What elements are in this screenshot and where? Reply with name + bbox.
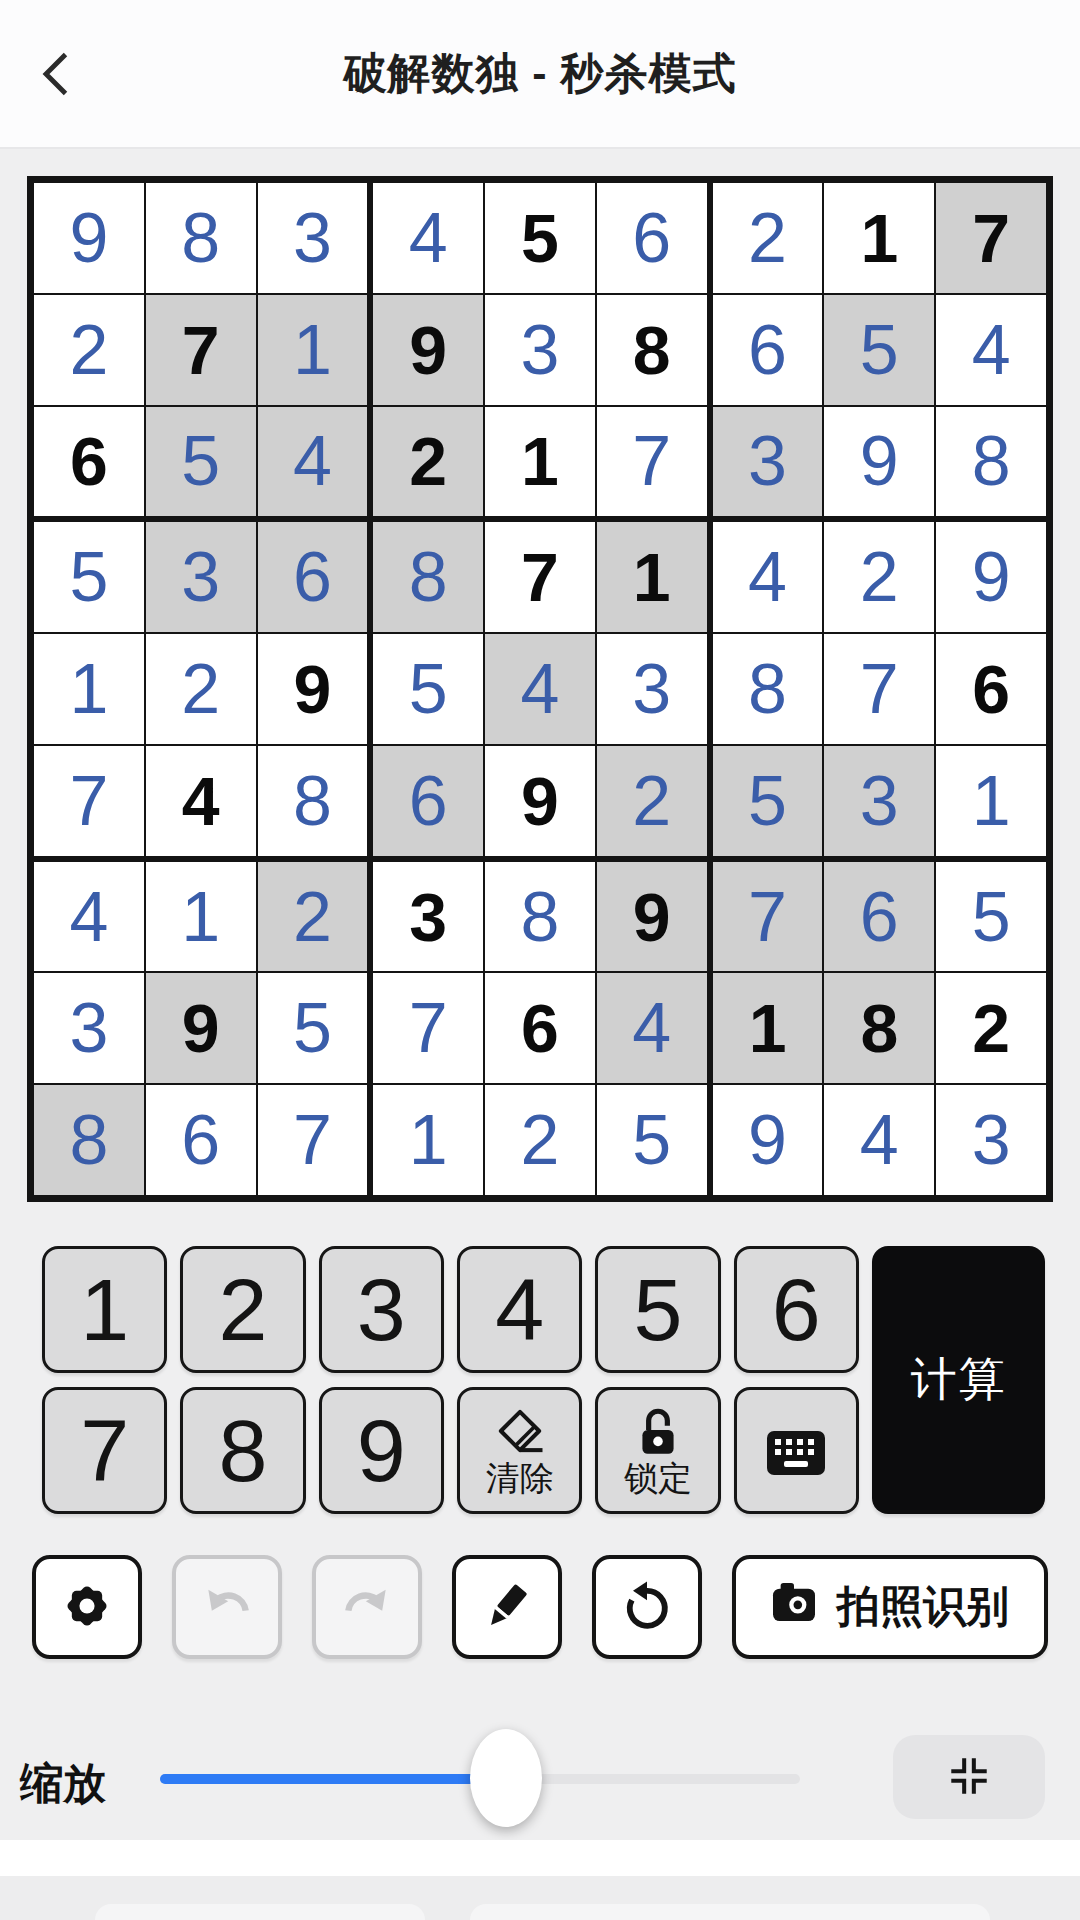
undo-icon [199,1578,255,1637]
cell-digit: 4 [521,654,560,724]
sudoku-cell-r4c6[interactable]: 1 [597,522,707,632]
sudoku-cell-r4c2[interactable]: 3 [146,522,256,632]
undo-button[interactable] [172,1555,282,1659]
sudoku-cell-r4c8[interactable]: 2 [824,522,934,632]
footer-button-left[interactable] [95,1904,425,1920]
sudoku-block: 217654398 [713,183,1046,516]
cell-digit: 8 [748,654,787,724]
reset-button[interactable] [592,1555,702,1659]
keyboard-icon [763,1400,829,1502]
lock-label: 锁定 [624,1460,692,1497]
sudoku-cell-r7c4[interactable]: 3 [373,862,483,972]
cell-digit: 9 [972,542,1011,612]
cell-digit: 6 [409,766,448,836]
sudoku-cell-r9c3[interactable]: 7 [258,1085,368,1195]
sudoku-cell-r1c8[interactable]: 1 [824,183,934,293]
redo-button[interactable] [312,1555,422,1659]
top-bar: 破解数独 - 秒杀模式 [0,0,1080,149]
sudoku-cell-r2c9[interactable]: 4 [936,295,1046,405]
sudoku-cell-r2c6[interactable]: 8 [597,295,707,405]
sudoku-cell-r9c9[interactable]: 3 [936,1085,1046,1195]
cell-digit: 9 [409,316,447,384]
cell-digit: 9 [294,655,332,723]
sudoku-cell-r7c6[interactable]: 9 [597,862,707,972]
sudoku-cell-r9c6[interactable]: 5 [597,1085,707,1195]
toolbar: 拍照识别 [32,1555,1048,1659]
cell-digit: 4 [182,767,220,835]
cell-digit: 2 [181,654,220,724]
sudoku-cell-r3c9[interactable]: 8 [936,407,1046,517]
zoom-slider-fill [160,1774,506,1784]
lock-button[interactable]: 锁定 [595,1387,720,1514]
calculate-button[interactable]: 计算 [872,1246,1045,1514]
sudoku-cell-r5c1[interactable]: 1 [34,634,144,744]
footer-divider [0,1840,1080,1876]
cell-digit: 2 [293,882,332,952]
sudoku-cell-r9c7[interactable]: 9 [713,1085,823,1195]
keypad: 1 2 3 4 5 6 7 8 9 清除 锁定 [42,1246,1045,1514]
sudoku-cell-r4c4[interactable]: 8 [373,522,483,632]
sudoku-cell-r5c3[interactable]: 9 [258,634,368,744]
cell-digit: 1 [69,654,108,724]
sudoku-cell-r1c9[interactable]: 7 [936,183,1046,293]
cell-digit: 5 [972,882,1011,952]
sudoku-cell-r6c8[interactable]: 3 [824,746,934,856]
sudoku-cell-r1c3[interactable]: 3 [258,183,368,293]
collapse-icon [940,1747,998,1808]
gear-icon [59,1578,115,1637]
camera-icon [771,1581,817,1633]
sudoku-cell-r4c3[interactable]: 6 [258,522,368,632]
key-9[interactable]: 9 [319,1387,444,1514]
cell-digit: 1 [972,766,1011,836]
sudoku-cell-r7c2[interactable]: 1 [146,862,256,972]
sudoku-cell-r3c4[interactable]: 2 [373,407,483,517]
cell-digit: 4 [972,315,1011,385]
sudoku-cell-r5c6[interactable]: 3 [597,634,707,744]
cell-digit: 8 [860,994,898,1062]
sudoku-cell-r3c6[interactable]: 7 [597,407,707,517]
sudoku-block: 871543692 [373,522,706,855]
cell-digit: 4 [860,1105,899,1175]
sudoku-block: 412395867 [34,862,367,1195]
cell-digit: 3 [972,1105,1011,1175]
sudoku-cell-r2c5[interactable]: 3 [485,295,595,405]
sudoku-cell-r3c2[interactable]: 5 [146,407,256,517]
sudoku-cell-r4c5[interactable]: 7 [485,522,595,632]
lock-icon [633,1404,683,1458]
cell-digit: 4 [293,426,332,496]
photo-recognize-label: 拍照识别 [837,1578,1009,1636]
sudoku-cell-r2c1[interactable]: 2 [34,295,144,405]
sudoku-cell-r9c8[interactable]: 4 [824,1085,934,1195]
cell-digit: 3 [748,426,787,496]
pencil-icon [480,1579,534,1636]
cell-digit: 8 [293,766,332,836]
cell-digit: 6 [748,315,787,385]
key-2[interactable]: 2 [180,1246,305,1373]
cell-digit: 5 [748,766,787,836]
key-7[interactable]: 7 [42,1387,167,1514]
cell-digit: 1 [293,315,332,385]
sudoku-cell-r1c1[interactable]: 9 [34,183,144,293]
sudoku-cell-r3c5[interactable]: 1 [485,407,595,517]
sudoku-cell-r9c5[interactable]: 2 [485,1085,595,1195]
sudoku-cell-r1c7[interactable]: 2 [713,183,823,293]
zoom-slider-handle[interactable] [470,1729,542,1827]
sudoku-cell-r7c3[interactable]: 2 [258,862,368,972]
cell-digit: 3 [181,542,220,612]
sudoku-cell-r6c2[interactable]: 4 [146,746,256,856]
cell-digit: 9 [633,883,671,951]
cell-digit: 9 [748,1105,787,1175]
cell-digit: 2 [521,1105,560,1175]
cell-digit: 7 [972,204,1010,272]
sudoku-block: 983271654 [34,183,367,516]
page-title: 破解数独 - 秒杀模式 [343,45,736,103]
cell-digit: 6 [293,542,332,612]
cell-digit: 3 [293,203,332,273]
cell-digit: 8 [409,542,448,612]
sudoku-cell-r3c3[interactable]: 4 [258,407,368,517]
key-5[interactable]: 5 [595,1246,720,1373]
cell-digit: 7 [748,882,787,952]
reset-icon [619,1578,675,1637]
sudoku-cell-r2c7[interactable]: 6 [713,295,823,405]
sudoku-cell-r1c2[interactable]: 8 [146,183,256,293]
sudoku-block: 765182943 [713,862,1046,1195]
cell-digit: 4 [69,882,108,952]
sudoku-cell-r7c5[interactable]: 8 [485,862,595,972]
key-4[interactable]: 4 [457,1246,582,1373]
sudoku-cell-r6c4[interactable]: 6 [373,746,483,856]
cell-digit: 5 [409,654,448,724]
cell-digit: 8 [181,203,220,273]
sudoku-cell-r6c6[interactable]: 2 [597,746,707,856]
keyboard-button[interactable] [734,1387,859,1514]
sudoku-cell-r1c6[interactable]: 6 [597,183,707,293]
key-6[interactable]: 6 [734,1246,859,1373]
sudoku-cell-r5c7[interactable]: 8 [713,634,823,744]
sudoku-cell-r4c1[interactable]: 5 [34,522,144,632]
zoom-slider-track[interactable] [160,1774,800,1784]
sudoku-cell-r1c5[interactable]: 5 [485,183,595,293]
sudoku-cell-r5c4[interactable]: 5 [373,634,483,744]
cell-digit: 2 [860,542,899,612]
cell-digit: 3 [521,315,560,385]
sudoku-cell-r7c7[interactable]: 7 [713,862,823,972]
sudoku-cell-r8c2[interactable]: 9 [146,973,256,1083]
cell-digit: 5 [860,315,899,385]
sudoku-cell-r4c7[interactable]: 4 [713,522,823,632]
pencil-button[interactable] [452,1555,562,1659]
clear-label: 清除 [486,1460,554,1497]
cell-digit: 3 [632,654,671,724]
cell-digit: 3 [69,993,108,1063]
cell-digit: 8 [69,1105,108,1175]
cell-digit: 8 [633,316,671,384]
cell-digit: 1 [181,882,220,952]
sudoku-cell-r5c8[interactable]: 7 [824,634,934,744]
cell-digit: 6 [181,1105,220,1175]
cell-digit: 2 [748,203,787,273]
cell-digit: 2 [632,766,671,836]
sudoku-cell-r3c8[interactable]: 9 [824,407,934,517]
sudoku-block: 429876531 [713,522,1046,855]
key-3[interactable]: 3 [319,1246,444,1373]
cell-digit: 5 [181,426,220,496]
sudoku-cell-r3c1[interactable]: 6 [34,407,144,517]
cell-digit: 7 [409,993,448,1063]
zoom-label: 缩放 [20,1755,106,1813]
sudoku-cell-r1c4[interactable]: 4 [373,183,483,293]
cell-digit: 1 [521,427,559,495]
settings-button[interactable] [32,1555,142,1659]
sudoku-cell-r2c4[interactable]: 9 [373,295,483,405]
sudoku-cell-r8c5[interactable]: 6 [485,973,595,1083]
cell-digit: 8 [521,882,560,952]
footer-button-right[interactable] [470,1904,990,1920]
cell-digit: 6 [521,994,559,1062]
sudoku-cell-r9c1[interactable]: 8 [34,1085,144,1195]
sudoku-cell-r8c8[interactable]: 8 [824,973,934,1083]
sudoku-cell-r5c2[interactable]: 2 [146,634,256,744]
sudoku-board: 9832716544569382172176543985361297488715… [27,176,1053,1202]
sudoku-cell-r6c5[interactable]: 9 [485,746,595,856]
sudoku-cell-r2c2[interactable]: 7 [146,295,256,405]
cell-digit: 4 [409,203,448,273]
cell-digit: 1 [749,994,787,1062]
sudoku-cell-r3c7[interactable]: 3 [713,407,823,517]
sudoku-cell-r7c8[interactable]: 6 [824,862,934,972]
cell-digit: 6 [632,203,671,273]
sudoku-cell-r7c9[interactable]: 5 [936,862,1046,972]
chevron-left-icon [33,48,85,103]
cell-digit: 6 [860,882,899,952]
cell-digit: 8 [972,426,1011,496]
sudoku-cell-r2c8[interactable]: 5 [824,295,934,405]
cell-digit: 2 [972,994,1010,1062]
cell-digit: 1 [409,1105,448,1175]
sudoku-cell-r5c9[interactable]: 6 [936,634,1046,744]
sudoku-cell-r6c7[interactable]: 5 [713,746,823,856]
cell-digit: 9 [860,426,899,496]
clear-button[interactable]: 清除 [457,1387,582,1514]
cell-digit: 7 [182,316,220,384]
cell-digit: 7 [293,1105,332,1175]
back-button[interactable] [30,46,88,104]
key-1[interactable]: 1 [42,1246,167,1373]
sudoku-cell-r8c3[interactable]: 5 [258,973,368,1083]
cell-digit: 5 [293,993,332,1063]
zoom-bar: 缩放 [0,1733,1080,1829]
cell-digit: 7 [69,766,108,836]
cell-digit: 6 [70,427,108,495]
cell-digit: 5 [69,542,108,612]
sudoku-cell-r4c9[interactable]: 9 [936,522,1046,632]
cell-digit: 5 [632,1105,671,1175]
sudoku-block: 536129748 [34,522,367,855]
sudoku-block: 389764125 [373,862,706,1195]
redo-icon [339,1578,395,1637]
sudoku-cell-r8c7[interactable]: 1 [713,973,823,1083]
photo-recognize-button[interactable]: 拍照识别 [732,1555,1048,1659]
cell-digit: 2 [69,315,108,385]
sudoku-cell-r8c1[interactable]: 3 [34,973,144,1083]
cell-digit: 5 [521,204,559,272]
cell-digit: 3 [860,766,899,836]
key-8[interactable]: 8 [180,1387,305,1514]
sudoku-cell-r9c4[interactable]: 1 [373,1085,483,1195]
sudoku-block: 456938217 [373,183,706,516]
footer-panel [0,1876,1080,1920]
cell-digit: 9 [182,994,220,1062]
cell-digit: 7 [521,543,559,611]
sudoku-cell-r8c6[interactable]: 4 [597,973,707,1083]
eraser-icon [493,1404,547,1458]
cell-digit: 2 [409,427,447,495]
cell-digit: 6 [972,655,1010,723]
sudoku-cell-r5c5[interactable]: 4 [485,634,595,744]
cell-digit: 9 [69,203,108,273]
sudoku-cell-r6c9[interactable]: 1 [936,746,1046,856]
cell-digit: 7 [632,426,671,496]
cell-digit: 7 [860,654,899,724]
cell-digit: 1 [860,204,898,272]
sudoku-cell-r7c1[interactable]: 4 [34,862,144,972]
sudoku-cell-r6c1[interactable]: 7 [34,746,144,856]
sudoku-cell-r8c9[interactable]: 2 [936,973,1046,1083]
collapse-button[interactable] [893,1735,1045,1819]
cell-digit: 9 [521,767,559,835]
cell-digit: 3 [409,883,447,951]
sudoku-cell-r6c3[interactable]: 8 [258,746,368,856]
cell-digit: 1 [633,543,671,611]
sudoku-cell-r9c2[interactable]: 6 [146,1085,256,1195]
cell-digit: 4 [748,542,787,612]
sudoku-cell-r8c4[interactable]: 7 [373,973,483,1083]
cell-digit: 4 [632,993,671,1063]
sudoku-cell-r2c3[interactable]: 1 [258,295,368,405]
